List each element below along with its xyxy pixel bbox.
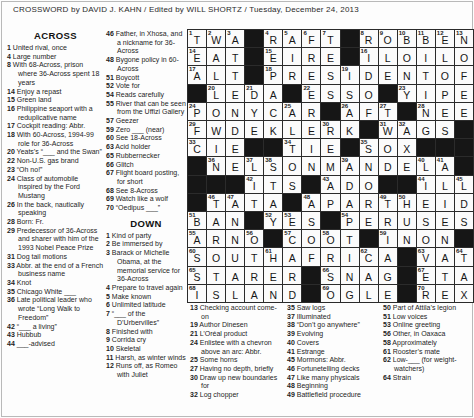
down-clue-62[interactable]: 62 Low-___ (for weight-watchers) bbox=[383, 356, 472, 373]
grid-cell[interactable]: 34T bbox=[283, 139, 301, 156]
across-clue-52[interactable]: 52 Vote for bbox=[106, 82, 186, 91]
down-clue-46[interactable]: 46 Fortunetelling decks bbox=[287, 365, 380, 374]
grid-cell[interactable]: T bbox=[417, 66, 435, 83]
grid-cell[interactable]: 49T bbox=[379, 194, 397, 211]
cell-number: 4 bbox=[265, 30, 268, 36]
grid-cell[interactable]: L bbox=[360, 285, 378, 302]
grid-cell-black bbox=[283, 194, 301, 211]
grid-cell[interactable]: I bbox=[207, 139, 225, 156]
grid-cell[interactable]: K bbox=[264, 121, 282, 138]
grid-cell[interactable]: 33C bbox=[188, 139, 206, 156]
across-clue-20[interactable]: 20 Yeats’s “___ and the Swan” bbox=[7, 148, 104, 157]
cell-letter: N bbox=[403, 231, 411, 246]
grid-cell[interactable]: E bbox=[226, 85, 244, 102]
grid-cell[interactable]: 53E bbox=[283, 212, 301, 229]
grid-cell[interactable]: 38S bbox=[264, 157, 282, 174]
down-clue-39[interactable]: 39 Evolving bbox=[287, 330, 380, 339]
grid-cell[interactable]: 57C bbox=[283, 230, 301, 247]
down-clue-1[interactable]: 1 Kind of party bbox=[106, 232, 186, 241]
grid-cell[interactable]: L bbox=[379, 48, 397, 65]
down-clue-12[interactable]: 12 Runs off, as Romeo with Juliet bbox=[106, 362, 186, 379]
grid-cell[interactable]: S bbox=[436, 121, 454, 138]
grid-cell[interactable]: N bbox=[226, 103, 244, 120]
grid-cell[interactable]: R bbox=[321, 248, 339, 265]
across-clue-54[interactable]: 54 Reads carefully bbox=[106, 91, 186, 100]
down-clue-24[interactable]: 24 Enlistee with a chevron above an arc:… bbox=[190, 339, 283, 356]
down-clue-8[interactable]: 8 Finished with bbox=[106, 328, 186, 337]
down-clue-35[interactable]: 35 Saw logs bbox=[287, 304, 380, 313]
grid-cell[interactable]: T bbox=[264, 176, 282, 193]
grid-cell[interactable]: 70R bbox=[417, 285, 435, 302]
cell-letter: O bbox=[441, 67, 449, 82]
grid-cell[interactable]: 17A bbox=[188, 66, 206, 83]
grid-cell[interactable]: N bbox=[341, 267, 359, 284]
grid-cell[interactable]: A bbox=[207, 212, 225, 229]
cell-number: 24 bbox=[189, 103, 196, 109]
grid-cell[interactable]: 50H bbox=[398, 194, 416, 211]
grid-cell[interactable]: N bbox=[226, 230, 244, 247]
grid-cell[interactable]: 63V bbox=[417, 248, 435, 265]
grid-cell[interactable]: N bbox=[360, 157, 378, 174]
grid-cell[interactable]: 40L bbox=[417, 157, 435, 174]
grid-cell[interactable]: E bbox=[379, 285, 397, 302]
grid-cell[interactable]: 68I bbox=[188, 285, 206, 302]
cell-number: 29 bbox=[189, 121, 196, 127]
grid-cell[interactable]: 30R bbox=[321, 121, 339, 138]
across-header: ACROSS bbox=[7, 30, 104, 41]
grid-cell[interactable]: O bbox=[455, 48, 473, 65]
grid-cell[interactable]: 14E bbox=[188, 48, 206, 65]
grid-cell[interactable]: F bbox=[360, 103, 378, 120]
grid-cell[interactable]: E bbox=[360, 212, 378, 229]
grid-cell[interactable]: A bbox=[455, 267, 473, 284]
grid-cell[interactable]: S bbox=[341, 85, 359, 102]
grid-cell[interactable]: 21D bbox=[245, 85, 263, 102]
grid-cell[interactable]: R bbox=[302, 103, 320, 120]
clue-number: 54 bbox=[106, 91, 114, 98]
grid-cell[interactable]: G bbox=[417, 121, 435, 138]
down-clue-53[interactable]: 53 Online greeting bbox=[383, 321, 472, 330]
grid-cell[interactable]: 13N bbox=[455, 30, 473, 47]
down-clue-4[interactable]: 4 Prepare to travel again bbox=[106, 284, 186, 293]
grid-cell[interactable]: 31W bbox=[379, 121, 397, 138]
down-clue-6[interactable]: 6 Unlimited latitude bbox=[106, 301, 186, 310]
grid-cell[interactable]: D bbox=[283, 285, 301, 302]
grid-cell[interactable]: T bbox=[245, 194, 263, 211]
grid-cell[interactable]: L bbox=[207, 66, 225, 83]
grid-cell[interactable]: 4R bbox=[264, 30, 282, 47]
grid-cell[interactable]: L bbox=[226, 285, 244, 302]
grid-cell[interactable]: R bbox=[283, 267, 301, 284]
grid-cell[interactable]: N bbox=[398, 230, 416, 247]
grid-cell[interactable]: U bbox=[398, 212, 416, 229]
across-clue-34[interactable]: 34 Knot bbox=[7, 279, 104, 288]
grid-cell[interactable]: N bbox=[436, 230, 454, 247]
down-clue-45[interactable]: 45 Mormons: Abbr. bbox=[287, 356, 380, 365]
across-clue-28[interactable]: 28 Born: Fr. bbox=[7, 218, 104, 227]
across-clue-60[interactable]: 60 See 18-Across bbox=[106, 134, 186, 143]
grid-cell[interactable]: 62C bbox=[360, 248, 378, 265]
grid-cell[interactable]: I bbox=[283, 48, 301, 65]
down-clue-13[interactable]: 13 Checking account come-on bbox=[190, 304, 283, 321]
grid-cell[interactable]: 51B bbox=[188, 212, 206, 229]
grid-cell[interactable]: S bbox=[455, 212, 473, 229]
across-clue-68[interactable]: 68 See 8-Across bbox=[106, 187, 186, 196]
grid-cell[interactable]: D bbox=[226, 121, 244, 138]
grid-cell[interactable]: 1T bbox=[188, 30, 206, 47]
grid-cell[interactable]: 42I bbox=[245, 176, 263, 193]
grid-cell[interactable]: 61H bbox=[264, 248, 282, 265]
grid-cell[interactable]: 66S bbox=[321, 267, 339, 284]
across-clue-35[interactable]: 35 Chicago White ___ bbox=[7, 288, 104, 297]
grid-cell[interactable]: E bbox=[436, 285, 454, 302]
across-clue-51[interactable]: 51 Boycott bbox=[106, 74, 186, 83]
grid-cell[interactable]: D bbox=[379, 157, 397, 174]
across-clue-66[interactable]: 66 Glitch bbox=[106, 161, 186, 170]
cell-letter: R bbox=[365, 195, 373, 210]
grid-cell[interactable]: S bbox=[283, 176, 301, 193]
grid-cell[interactable]: 29F bbox=[188, 121, 206, 138]
grid-cell[interactable]: 16I bbox=[360, 48, 378, 65]
grid-cell[interactable]: S bbox=[417, 212, 435, 229]
grid-cell[interactable]: A bbox=[207, 48, 225, 65]
across-clue-67[interactable]: 67 Flight board posting, for short bbox=[106, 169, 186, 186]
grid-cell[interactable]: E bbox=[436, 212, 454, 229]
down-clue-30[interactable]: 30 Draw up new boundaries for bbox=[190, 374, 283, 391]
grid-cell[interactable]: A bbox=[245, 285, 263, 302]
down-clue-64[interactable]: 64 Strain bbox=[383, 374, 472, 383]
down-clue-11[interactable]: 11 Harsh, as winter winds bbox=[106, 354, 186, 363]
down-clue-10[interactable]: 10 Skeletal bbox=[106, 345, 186, 354]
down-clue-2[interactable]: 2 Be immersed by bbox=[106, 240, 186, 249]
grid-cell[interactable]: E bbox=[226, 139, 244, 156]
grid-cell[interactable]: 12E bbox=[436, 30, 454, 47]
grid-cell[interactable]: I bbox=[436, 194, 454, 211]
grid-cell[interactable]: L bbox=[436, 176, 454, 193]
clue-number: 70 bbox=[106, 204, 114, 211]
grid-cell[interactable]: N bbox=[226, 212, 244, 229]
grid-cell[interactable]: X bbox=[398, 139, 416, 156]
grid-cell[interactable]: O bbox=[283, 157, 301, 174]
down-clue-38[interactable]: 38 “Don’t go anywhere” bbox=[287, 321, 380, 330]
grid-cell[interactable]: A bbox=[226, 267, 244, 284]
across-clue-36[interactable]: 36 Late political leader who wrote “Long… bbox=[7, 296, 104, 322]
across-clue-65[interactable]: 65 Rubbernecker bbox=[106, 152, 186, 161]
across-clue-15[interactable]: 15 Green land bbox=[7, 96, 104, 105]
grid-cell[interactable]: E bbox=[379, 66, 397, 83]
grid-cell[interactable]: 2W bbox=[207, 30, 225, 47]
grid-cell[interactable]: 67E bbox=[417, 267, 435, 284]
cell-letter: I bbox=[310, 140, 313, 155]
cell-letter: N bbox=[231, 104, 239, 119]
grid-cell[interactable]: 20L bbox=[207, 85, 225, 102]
cell-letter: A bbox=[270, 195, 277, 210]
cell-number: 13 bbox=[456, 30, 463, 36]
down-clue-32[interactable]: 32 Log chopper bbox=[190, 391, 283, 400]
grid-cell-black bbox=[398, 176, 416, 193]
grid-cell[interactable]: R bbox=[207, 230, 225, 247]
grid-cell[interactable]: G bbox=[379, 267, 397, 284]
grid-cell[interactable]: T bbox=[226, 66, 244, 83]
down-clue-48[interactable]: 48 Beginning bbox=[287, 382, 380, 391]
grid-cell[interactable]: 11B bbox=[417, 30, 435, 47]
grid-cell[interactable]: 28N bbox=[417, 103, 435, 120]
grid-cell[interactable]: 43A bbox=[321, 176, 339, 193]
grid-cell[interactable]: K bbox=[341, 121, 359, 138]
grid-cell[interactable]: 36N bbox=[207, 157, 225, 174]
grid-cell[interactable]: D bbox=[360, 66, 378, 83]
grid-cell[interactable]: R bbox=[302, 48, 320, 65]
grid-cell[interactable]: 44I bbox=[417, 176, 435, 193]
grid-cell[interactable]: A bbox=[436, 248, 454, 265]
grid-cell-black bbox=[379, 176, 397, 193]
across-clue-33[interactable]: 33 Abbr. at the end of a French business… bbox=[7, 262, 104, 279]
grid-cell[interactable]: 15E bbox=[264, 48, 282, 65]
down-clue-25[interactable]: 25 Some horns bbox=[190, 356, 283, 365]
grid-cell-black bbox=[360, 121, 378, 138]
grid-cell[interactable]: I bbox=[302, 139, 320, 156]
down-clue-41[interactable]: 41 Estrange bbox=[287, 348, 380, 357]
down-clue-50[interactable]: 50 Part of Attila’s legion bbox=[383, 304, 472, 313]
grid-cell[interactable]: S bbox=[302, 212, 320, 229]
cell-letter: X bbox=[460, 286, 467, 301]
across-clue-63[interactable]: 63 Acid holder bbox=[106, 143, 186, 152]
grid-cell[interactable]: L bbox=[283, 121, 301, 138]
grid-cell[interactable]: 8R bbox=[360, 30, 378, 47]
grid-cell[interactable]: 5A bbox=[283, 30, 301, 47]
across-clue-23[interactable]: 23 “Oh no!” bbox=[7, 166, 104, 175]
across-clue-43[interactable]: 43 Hubbub bbox=[7, 331, 104, 340]
grid-cell[interactable]: E bbox=[264, 267, 282, 284]
grid-cell[interactable]: O bbox=[436, 66, 454, 83]
grid-cell[interactable]: 25A bbox=[283, 103, 301, 120]
grid-cell[interactable]: 64T bbox=[455, 248, 473, 265]
cell-number: 3 bbox=[227, 30, 230, 36]
grid-cell[interactable]: 19I bbox=[341, 66, 359, 83]
across-clue-70[interactable]: 70 “Oedipus ___” bbox=[106, 204, 186, 213]
grid-cell[interactable]: S bbox=[321, 85, 339, 102]
grid-cell[interactable]: 52Y bbox=[264, 212, 282, 229]
down-clue-37[interactable]: 37 Illuminated bbox=[287, 313, 380, 322]
cell-letter: E bbox=[327, 49, 334, 64]
across-clue-1[interactable]: 1 United rival, once bbox=[7, 44, 104, 53]
grid-cell[interactable]: E bbox=[417, 194, 435, 211]
grid-cell[interactable]: 24P bbox=[188, 103, 206, 120]
across-clue-44[interactable]: 44 ___-advised bbox=[7, 340, 104, 349]
down-clue-58[interactable]: 58 Approximately bbox=[383, 339, 472, 348]
grid-cell[interactable]: O bbox=[207, 248, 225, 265]
grid-cell[interactable]: W bbox=[207, 121, 225, 138]
grid-cell[interactable]: E bbox=[455, 85, 473, 102]
grid-cell-black bbox=[455, 139, 473, 156]
down-clue-7[interactable]: 7 “___ of the D’Urbervilles” bbox=[106, 310, 186, 327]
down-clue-40[interactable]: 40 Covers bbox=[287, 339, 380, 348]
grid-cell[interactable]: I bbox=[341, 248, 359, 265]
grid-cell[interactable]: 55A bbox=[188, 230, 206, 247]
down-clue-49[interactable]: 49 Battlefield procedure bbox=[287, 391, 380, 400]
across-clue-31[interactable]: 31 Dog tail motions bbox=[7, 253, 104, 262]
grid-cell[interactable]: E bbox=[455, 103, 473, 120]
grid-cell[interactable]: F bbox=[455, 66, 473, 83]
across-clue-69[interactable]: 69 Watch like a wolf bbox=[106, 195, 186, 204]
across-clue-14[interactable]: 14 Enjoy a repast bbox=[7, 88, 104, 97]
across-clue-42[interactable]: 42 “___ a living” bbox=[7, 323, 104, 332]
grid-cell[interactable]: X bbox=[455, 285, 473, 302]
grid-cell[interactable]: O bbox=[417, 230, 435, 247]
across-clue-16[interactable]: 16 Philippine seaport with a reduplicati… bbox=[7, 105, 104, 122]
down-clues-column-2: 35 Saw logs37 Illuminated38 “Don’t go an… bbox=[287, 304, 380, 400]
grid-cell[interactable]: 9O bbox=[379, 30, 397, 47]
grid-cell[interactable]: 10B bbox=[398, 30, 416, 47]
grid-cell[interactable]: O bbox=[398, 48, 416, 65]
across-clue-29[interactable]: 29 Predecessor of 36-Across and sharer w… bbox=[7, 227, 104, 253]
grid-cell[interactable]: E bbox=[436, 103, 454, 120]
grid-cell[interactable]: E bbox=[245, 121, 263, 138]
cell-number: 44 bbox=[418, 176, 425, 182]
grid-cell[interactable]: N bbox=[302, 157, 320, 174]
down-clue-5[interactable]: 5 Make known bbox=[106, 293, 186, 302]
grid-cell[interactable]: 69O bbox=[321, 285, 339, 302]
clue-number: 9 bbox=[106, 336, 110, 343]
down-clue-61[interactable]: 61 Rooster’s mate bbox=[383, 348, 472, 357]
across-clue-59[interactable]: 59 Zero ___ (near) bbox=[106, 126, 186, 135]
cell-letter: R bbox=[365, 31, 373, 46]
clue-number: 14 bbox=[7, 88, 15, 95]
grid-cell[interactable]: 54P bbox=[341, 212, 359, 229]
grid-cell[interactable]: 65S bbox=[188, 267, 206, 284]
grid-cell[interactable]: I bbox=[417, 85, 435, 102]
grid-cell[interactable]: O bbox=[302, 230, 320, 247]
grid-cell[interactable]: G bbox=[341, 285, 359, 302]
down-clue-21[interactable]: 21 L’Oréal product bbox=[190, 330, 283, 339]
grid-cell[interactable]: 60S bbox=[188, 248, 206, 265]
across-clue-55[interactable]: 55 River that can be seen from the Uffiz… bbox=[106, 100, 186, 117]
grid-cell[interactable]: D bbox=[455, 194, 473, 211]
grid-cell[interactable]: N bbox=[398, 66, 416, 83]
grid-cell[interactable]: 56O bbox=[245, 230, 263, 247]
grid-cell[interactable]: E bbox=[302, 66, 320, 83]
down-clue-56[interactable]: 56 Other, in Oaxaca bbox=[383, 330, 472, 339]
grid-cell[interactable]: O bbox=[379, 139, 397, 156]
down-clue-19[interactable]: 19 Author Dinesen bbox=[190, 321, 283, 330]
grid-cell[interactable]: R bbox=[283, 66, 301, 83]
cell-number: 16 bbox=[361, 48, 368, 54]
across-clue-48[interactable]: 48 Bygone policy in 60-Across bbox=[106, 56, 186, 73]
grid-cell[interactable]: 47A bbox=[226, 194, 244, 211]
grid-cell[interactable]: 7T bbox=[321, 30, 339, 47]
grid-cell[interactable]: A bbox=[341, 194, 359, 211]
grid-cell[interactable]: E bbox=[321, 48, 339, 65]
grid-cell[interactable]: 22E bbox=[302, 85, 320, 102]
across-clue-17[interactable]: 17 Cockpit reading: Abbr. bbox=[7, 122, 104, 131]
grid-cell[interactable]: E bbox=[398, 157, 416, 174]
across-clue-18[interactable]: 18 With 60-Across, 1994-99 role for 36-A… bbox=[7, 131, 104, 148]
across-clue-24[interactable]: 24 Class of automobile inspired by the F… bbox=[7, 175, 104, 201]
clue-number: 1 bbox=[7, 44, 11, 51]
across-clue-4[interactable]: 4 Large number bbox=[7, 53, 104, 62]
crossword-grid[interactable]: 1T2W3A4R5A6F7T8R9O10B11B12E13N14EAT15EIR… bbox=[187, 29, 474, 303]
grid-cell[interactable]: 45L bbox=[455, 176, 473, 193]
grid-cell[interactable]: S bbox=[321, 66, 339, 83]
grid-cell[interactable]: O bbox=[207, 103, 225, 120]
grid-cell[interactable]: 6F bbox=[302, 30, 320, 47]
grid-cell[interactable]: R bbox=[245, 267, 263, 284]
grid-cell[interactable]: L bbox=[436, 48, 454, 65]
grid-cell[interactable]: 37L bbox=[245, 157, 263, 174]
grid-cell[interactable]: C bbox=[264, 103, 282, 120]
grid-cell[interactable]: E bbox=[302, 121, 320, 138]
grid-cell[interactable]: E bbox=[226, 157, 244, 174]
clue-number: 7 bbox=[106, 310, 110, 317]
grid-cell[interactable]: 39A bbox=[341, 157, 359, 174]
grid-cell[interactable]: F bbox=[302, 248, 320, 265]
grid-cell[interactable]: 58O bbox=[321, 230, 339, 247]
across-clue-46[interactable]: 46 Father, in Xhosa, and a nickname for … bbox=[106, 30, 186, 56]
down-clue-47[interactable]: 47 Like many physicals bbox=[287, 374, 380, 383]
grid-cell[interactable]: D bbox=[341, 176, 359, 193]
grid-cell[interactable]: A bbox=[283, 248, 301, 265]
across-clue-8[interactable]: 8 With 68-Across, prison where 36-Across… bbox=[7, 61, 104, 87]
down-clue-27[interactable]: 27 Having no depth, briefly bbox=[190, 365, 283, 374]
grid-cell[interactable]: N bbox=[264, 285, 282, 302]
clue-number: 52 bbox=[106, 82, 114, 89]
grid-cell[interactable]: A bbox=[264, 85, 282, 102]
grid-cell[interactable]: A bbox=[379, 248, 397, 265]
grid-cell[interactable]: 3A bbox=[226, 30, 244, 47]
clue-number: 24 bbox=[190, 339, 198, 346]
grid-cell[interactable]: R bbox=[379, 212, 397, 229]
grid-cell[interactable]: 48A bbox=[302, 194, 320, 211]
cell-letter: S bbox=[213, 286, 220, 301]
cell-letter: E bbox=[232, 86, 239, 101]
grid-cell[interactable]: U bbox=[226, 248, 244, 265]
grid-cell[interactable]: 18P bbox=[264, 66, 282, 83]
grid-cell[interactable]: 46T bbox=[207, 194, 225, 211]
grid-cell[interactable]: 35S bbox=[360, 139, 378, 156]
grid-cell[interactable]: I bbox=[417, 48, 435, 65]
grid-cell[interactable]: S bbox=[207, 285, 225, 302]
grid-cell[interactable]: A bbox=[360, 267, 378, 284]
grid-cell[interactable]: T bbox=[436, 267, 454, 284]
grid-cell[interactable]: 26A bbox=[341, 103, 359, 120]
grid-cell[interactable]: T bbox=[226, 48, 244, 65]
grid-cell[interactable]: M bbox=[321, 157, 339, 174]
grid-cell[interactable]: 59I bbox=[379, 230, 397, 247]
grid-cell[interactable]: E bbox=[321, 139, 339, 156]
grid-cell[interactable]: 27T bbox=[379, 103, 397, 120]
down-clue-9[interactable]: 9 Corrida cry bbox=[106, 336, 186, 345]
grid-cell[interactable]: P bbox=[436, 85, 454, 102]
grid-cell[interactable]: A bbox=[264, 194, 282, 211]
grid-cell[interactable]: 32A bbox=[398, 121, 416, 138]
across-clue-57[interactable]: 57 Geezer bbox=[106, 117, 186, 126]
grid-cell[interactable]: R bbox=[360, 194, 378, 211]
grid-cell[interactable]: T bbox=[341, 230, 359, 247]
grid-cell[interactable]: 23Y bbox=[398, 85, 416, 102]
grid-cell[interactable]: T bbox=[245, 248, 263, 265]
grid-cell[interactable]: T bbox=[207, 267, 225, 284]
grid-cell[interactable]: O bbox=[360, 85, 378, 102]
grid-cell[interactable]: 41A bbox=[436, 157, 454, 174]
cell-letter: L bbox=[442, 49, 448, 64]
across-clue-26[interactable]: 26 In the back, nautically speaking bbox=[7, 201, 104, 218]
down-clue-51[interactable]: 51 Low voices bbox=[383, 313, 472, 322]
down-clue-3[interactable]: 3 Barack or Michelle Obama, at the memor… bbox=[106, 249, 186, 284]
grid-cell[interactable]: P bbox=[321, 194, 339, 211]
grid-cell[interactable]: Y bbox=[245, 103, 263, 120]
grid-cell[interactable]: O bbox=[360, 176, 378, 193]
across-clue-22[interactable]: 22 Non-U.S. gas brand bbox=[7, 157, 104, 166]
